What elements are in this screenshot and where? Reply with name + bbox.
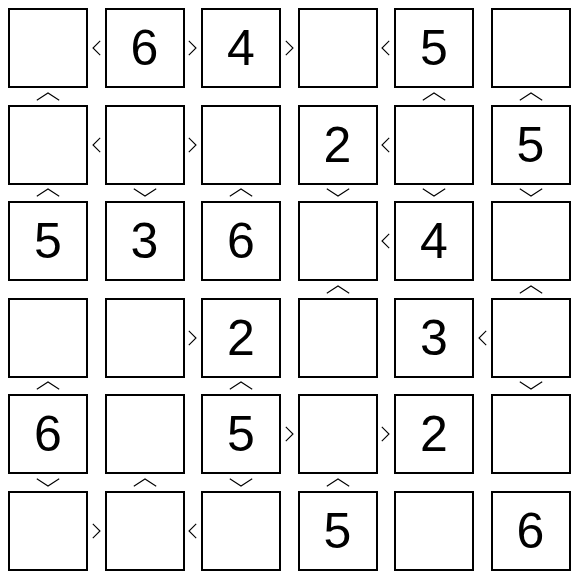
cell-r2c3[interactable] <box>201 105 281 185</box>
ineq-r2c5-r3c5-greater-icon <box>422 188 446 197</box>
cell-r6c4[interactable]: 5 <box>298 491 378 571</box>
ineq-r4c3-r5c3-less-icon <box>229 381 253 390</box>
cell-r4c6[interactable] <box>491 298 571 378</box>
cell-r6c2[interactable] <box>105 491 185 571</box>
ineq-r5c3-r6c3-greater-icon <box>229 478 253 487</box>
cell-r2c4[interactable]: 2 <box>298 105 378 185</box>
cell-r1c5[interactable]: 5 <box>394 8 474 88</box>
ineq-r5c2-r6c2-less-icon <box>133 478 157 487</box>
ineq-r1c3-r1c4-greater-icon <box>285 40 294 56</box>
cell-r1c2[interactable]: 6 <box>105 8 185 88</box>
ineq-r1c1-r2c1-less-icon <box>36 92 60 101</box>
ineq-r3c4-r3c5-less-icon <box>381 233 390 249</box>
cell-r5c2[interactable] <box>105 394 185 474</box>
cell-r4c4[interactable] <box>298 298 378 378</box>
cell-r3c2[interactable]: 3 <box>105 201 185 281</box>
cell-r6c5[interactable] <box>394 491 474 571</box>
cell-r3c3[interactable]: 6 <box>201 201 281 281</box>
cell-r5c3[interactable]: 5 <box>201 394 281 474</box>
cell-r6c6[interactable]: 6 <box>491 491 571 571</box>
cell-r1c6[interactable] <box>491 8 571 88</box>
cell-r3c6[interactable] <box>491 201 571 281</box>
ineq-r6c1-r6c2-greater-icon <box>92 523 101 539</box>
ineq-r5c1-r6c1-greater-icon <box>36 478 60 487</box>
ineq-r2c2-r3c2-greater-icon <box>133 188 157 197</box>
cell-r4c5[interactable]: 3 <box>394 298 474 378</box>
cell-r2c2[interactable] <box>105 105 185 185</box>
ineq-r4c5-r4c6-less-icon <box>478 330 487 346</box>
cell-r2c5[interactable] <box>394 105 474 185</box>
cell-r2c1[interactable] <box>8 105 88 185</box>
ineq-r4c6-r5c6-greater-icon <box>519 381 543 390</box>
ineq-r6c2-r6c3-less-icon <box>188 523 197 539</box>
cell-r6c1[interactable] <box>8 491 88 571</box>
ineq-r5c4-r6c4-less-icon <box>326 478 350 487</box>
cell-r6c3[interactable] <box>201 491 281 571</box>
cell-r1c4[interactable] <box>298 8 378 88</box>
ineq-r2c4-r3c4-greater-icon <box>326 188 350 197</box>
ineq-r2c3-r3c3-less-icon <box>229 188 253 197</box>
cell-r5c1[interactable]: 6 <box>8 394 88 474</box>
ineq-r5c4-r5c5-greater-icon <box>381 426 390 442</box>
cell-r2c6[interactable]: 5 <box>491 105 571 185</box>
ineq-r4c2-r4c3-greater-icon <box>188 330 197 346</box>
futoshiki-board: 6452553642365256 <box>0 0 577 577</box>
ineq-r2c1-r2c2-less-icon <box>92 137 101 153</box>
cell-r4c2[interactable] <box>105 298 185 378</box>
ineq-r1c6-r2c6-less-icon <box>519 92 543 101</box>
ineq-r4c1-r5c1-less-icon <box>36 381 60 390</box>
cell-r5c4[interactable] <box>298 394 378 474</box>
ineq-r2c2-r2c3-greater-icon <box>188 137 197 153</box>
cell-r3c1[interactable]: 5 <box>8 201 88 281</box>
ineq-r2c6-r3c6-greater-icon <box>519 188 543 197</box>
ineq-r1c4-r1c5-less-icon <box>381 40 390 56</box>
cell-r4c1[interactable] <box>8 298 88 378</box>
ineq-r1c2-r1c3-greater-icon <box>188 40 197 56</box>
cell-r1c1[interactable] <box>8 8 88 88</box>
cell-r4c3[interactable]: 2 <box>201 298 281 378</box>
ineq-r3c4-r4c4-less-icon <box>326 285 350 294</box>
ineq-r2c1-r3c1-less-icon <box>36 188 60 197</box>
cell-r5c6[interactable] <box>491 394 571 474</box>
ineq-r2c4-r2c5-less-icon <box>381 137 390 153</box>
cell-r3c4[interactable] <box>298 201 378 281</box>
ineq-r5c3-r5c4-greater-icon <box>285 426 294 442</box>
ineq-r1c5-r2c5-less-icon <box>422 92 446 101</box>
ineq-r3c6-r4c6-less-icon <box>519 285 543 294</box>
cell-r3c5[interactable]: 4 <box>394 201 474 281</box>
cell-r5c5[interactable]: 2 <box>394 394 474 474</box>
cell-r1c3[interactable]: 4 <box>201 8 281 88</box>
ineq-r1c1-r1c2-less-icon <box>92 40 101 56</box>
